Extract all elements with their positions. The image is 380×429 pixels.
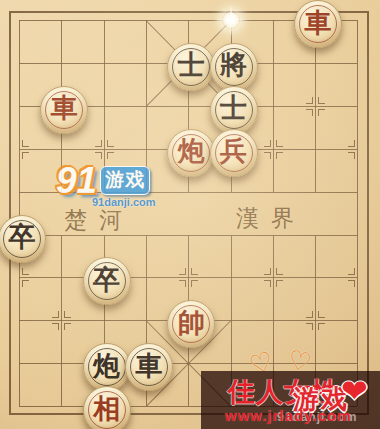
watermark-heart-icon: ❤ — [341, 372, 368, 410]
piece-character: 卒 — [9, 224, 36, 251]
piece-character: 相 — [93, 396, 120, 423]
piece-character: 帥 — [178, 310, 205, 337]
piece-red-cannon[interactable]: 炮 — [167, 129, 215, 177]
watermark-91-url: 91danji.com — [92, 196, 156, 208]
piece-character: 炮 — [178, 138, 205, 165]
piece-character: 將 — [220, 52, 247, 79]
watermark-jrlady-url: www.jrlady.com — [225, 407, 352, 424]
watermark-91games-logo: 91 游戏 91danji.com — [56, 162, 156, 208]
piece-black-advisor[interactable]: 士 — [210, 86, 258, 134]
piece-black-soldier[interactable]: 卒 — [83, 257, 131, 305]
piece-character: 兵 — [220, 138, 247, 165]
river-label-chu: 楚河 — [64, 205, 134, 236]
piece-character: 炮 — [93, 353, 120, 380]
piece-black-advisor[interactable]: 士 — [167, 43, 215, 91]
river-label-han: 漢界 — [236, 203, 306, 234]
watermark-jrlady-band: 佳人女性 游戏 ❤ 91danji.com www.jrlady.com — [201, 371, 380, 429]
xiangqi-game-screen: 楚河 漢界 車士將車士炮兵卒卒帥炮車相 91 游戏 91danji.com ♡ … — [0, 0, 380, 429]
piece-red-chariot[interactable]: 車 — [294, 0, 342, 48]
piece-character: 車 — [135, 353, 162, 380]
last-move-indicator-sparkle — [222, 11, 240, 29]
piece-red-elephant[interactable]: 相 — [83, 386, 131, 429]
watermark-91-game-badge: 游戏 — [100, 166, 150, 195]
piece-black-general[interactable]: 將 — [210, 43, 258, 91]
piece-character: 士 — [178, 52, 205, 79]
piece-red-soldier[interactable]: 兵 — [210, 129, 258, 177]
piece-character: 卒 — [93, 267, 120, 294]
piece-black-cannon[interactable]: 炮 — [83, 343, 131, 391]
piece-character: 士 — [220, 95, 247, 122]
piece-red-chariot[interactable]: 車 — [40, 86, 88, 134]
piece-character: 車 — [51, 95, 78, 122]
piece-character: 車 — [305, 10, 332, 37]
piece-black-chariot[interactable]: 車 — [125, 343, 173, 391]
piece-black-soldier[interactable]: 卒 — [0, 215, 46, 263]
watermark-91-number: 91 — [56, 162, 97, 199]
